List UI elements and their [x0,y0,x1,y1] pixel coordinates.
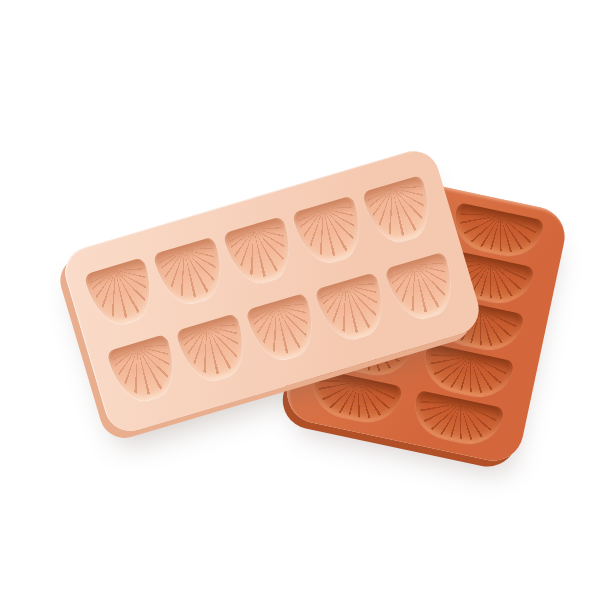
citrus-wedge-cavity [245,293,321,366]
citrus-wedge-cavity [222,216,298,289]
citrus-wedge-cavity [176,313,252,386]
citrus-wedge-cavity [292,195,368,268]
citrus-wedge-cavity [315,272,391,345]
citrus-wedge-cavity [361,175,437,248]
citrus-wedge-cavity [384,252,460,325]
citrus-wedge-cavity [308,368,403,427]
citrus-wedge-cavity [106,334,182,407]
citrus-wedge-cavity [84,257,160,330]
citrus-wedge-cavity [409,390,504,449]
citrus-wedge-cavity [153,237,229,310]
product-photo-stage [0,0,600,600]
